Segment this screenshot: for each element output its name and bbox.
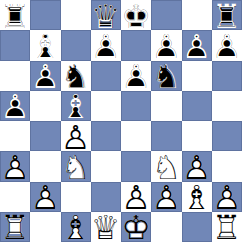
- square-b6[interactable]: ♟♙: [30, 61, 60, 91]
- chess-board: ♜♖♛♕♚♔♜♖♝♗♟♙♟♙♟♙♟♙♟♙♞♘♟♙♞♘♟♙♝♗♟♙♟♙♞♘♞♘♟♙…: [0, 0, 242, 242]
- square-e3[interactable]: [121, 151, 151, 181]
- piece-outline-glyph: ♖: [212, 1, 242, 31]
- square-h2[interactable]: ♟♙: [212, 182, 242, 212]
- piece-outline-glyph: ♔: [121, 213, 151, 242]
- square-c5[interactable]: ♝♗: [61, 91, 91, 121]
- piece-fill-glyph: ♝: [182, 183, 212, 213]
- piece-fill-glyph: ♟: [182, 31, 212, 61]
- piece-outline-glyph: ♗: [182, 183, 212, 213]
- square-f6[interactable]: ♞♘: [151, 61, 181, 91]
- square-b5[interactable]: [30, 91, 60, 121]
- piece-fill-glyph: ♟: [182, 152, 212, 182]
- piece-white-pawn[interactable]: ♟♙: [121, 182, 151, 212]
- piece-black-pawn[interactable]: ♟♙: [212, 30, 242, 60]
- square-g4[interactable]: [182, 121, 212, 151]
- piece-outline-glyph: ♗: [30, 31, 60, 61]
- piece-fill-glyph: ♜: [212, 213, 242, 242]
- piece-fill-glyph: ♟: [91, 31, 121, 61]
- square-b7[interactable]: ♝♗: [30, 30, 60, 60]
- square-d1[interactable]: ♛♕: [91, 212, 121, 242]
- piece-fill-glyph: ♝: [61, 92, 91, 122]
- piece-black-pawn[interactable]: ♟♙: [0, 91, 30, 121]
- square-g6[interactable]: [182, 61, 212, 91]
- square-h8[interactable]: ♜♖: [212, 0, 242, 30]
- square-g1[interactable]: [182, 212, 212, 242]
- piece-black-pawn[interactable]: ♟♙: [91, 30, 121, 60]
- square-c2[interactable]: [61, 182, 91, 212]
- piece-outline-glyph: ♘: [61, 152, 91, 182]
- piece-white-rook[interactable]: ♜♖: [0, 212, 30, 242]
- piece-black-pawn[interactable]: ♟♙: [121, 61, 151, 91]
- square-b3[interactable]: [30, 151, 60, 181]
- piece-white-pawn[interactable]: ♟♙: [0, 151, 30, 181]
- piece-fill-glyph: ♟: [30, 62, 60, 92]
- square-e6[interactable]: ♟♙: [121, 61, 151, 91]
- piece-black-queen[interactable]: ♛♕: [91, 0, 121, 30]
- piece-fill-glyph: ♛: [91, 213, 121, 242]
- square-b8[interactable]: [30, 0, 60, 30]
- piece-outline-glyph: ♖: [0, 213, 30, 242]
- piece-black-king[interactable]: ♚♔: [121, 0, 151, 30]
- square-a1[interactable]: ♜♖: [0, 212, 30, 242]
- piece-fill-glyph: ♟: [121, 183, 151, 213]
- piece-outline-glyph: ♔: [121, 1, 151, 31]
- piece-white-pawn[interactable]: ♟♙: [212, 182, 242, 212]
- square-e1[interactable]: ♚♔: [121, 212, 151, 242]
- square-a3[interactable]: ♟♙: [0, 151, 30, 181]
- piece-fill-glyph: ♟: [121, 62, 151, 92]
- piece-outline-glyph: ♙: [30, 62, 60, 92]
- square-f8[interactable]: [151, 0, 181, 30]
- piece-white-queen[interactable]: ♛♕: [91, 212, 121, 242]
- piece-white-bishop[interactable]: ♝♗: [61, 212, 91, 242]
- piece-fill-glyph: ♟: [0, 92, 30, 122]
- square-f5[interactable]: [151, 91, 181, 121]
- square-f3[interactable]: ♞♘: [151, 151, 181, 181]
- piece-fill-glyph: ♟: [151, 183, 181, 213]
- square-a5[interactable]: ♟♙: [0, 91, 30, 121]
- square-h3[interactable]: [212, 151, 242, 181]
- square-a7[interactable]: [0, 30, 30, 60]
- square-h7[interactable]: ♟♙: [212, 30, 242, 60]
- piece-fill-glyph: ♟: [212, 183, 242, 213]
- piece-outline-glyph: ♘: [151, 62, 181, 92]
- square-d6[interactable]: [91, 61, 121, 91]
- piece-fill-glyph: ♟: [0, 152, 30, 182]
- piece-white-pawn[interactable]: ♟♙: [61, 121, 91, 151]
- piece-outline-glyph: ♖: [212, 213, 242, 242]
- piece-outline-glyph: ♗: [61, 213, 91, 242]
- square-c6[interactable]: ♞♘: [61, 61, 91, 91]
- square-g8[interactable]: [182, 0, 212, 30]
- square-a4[interactable]: [0, 121, 30, 151]
- square-e4[interactable]: [121, 121, 151, 151]
- square-d7[interactable]: ♟♙: [91, 30, 121, 60]
- square-h6[interactable]: [212, 61, 242, 91]
- square-a8[interactable]: ♜♖: [0, 0, 30, 30]
- square-c4[interactable]: ♟♙: [61, 121, 91, 151]
- square-d3[interactable]: [91, 151, 121, 181]
- square-d4[interactable]: [91, 121, 121, 151]
- square-d8[interactable]: ♛♕: [91, 0, 121, 30]
- square-e8[interactable]: ♚♔: [121, 0, 151, 30]
- piece-white-bishop[interactable]: ♝♗: [182, 182, 212, 212]
- square-b1[interactable]: [30, 212, 60, 242]
- piece-outline-glyph: ♙: [151, 183, 181, 213]
- square-h5[interactable]: [212, 91, 242, 121]
- piece-fill-glyph: ♜: [212, 1, 242, 31]
- piece-outline-glyph: ♙: [212, 183, 242, 213]
- piece-fill-glyph: ♜: [0, 1, 30, 31]
- piece-fill-glyph: ♛: [91, 1, 121, 31]
- square-h1[interactable]: ♜♖: [212, 212, 242, 242]
- square-e2[interactable]: ♟♙: [121, 182, 151, 212]
- piece-fill-glyph: ♜: [0, 213, 30, 242]
- square-a6[interactable]: [0, 61, 30, 91]
- piece-outline-glyph: ♙: [182, 152, 212, 182]
- square-f1[interactable]: [151, 212, 181, 242]
- piece-black-bishop[interactable]: ♝♗: [30, 30, 60, 60]
- piece-fill-glyph: ♞: [61, 152, 91, 182]
- piece-fill-glyph: ♞: [151, 152, 181, 182]
- piece-outline-glyph: ♖: [0, 1, 30, 31]
- square-g7[interactable]: ♟♙: [182, 30, 212, 60]
- square-c8[interactable]: [61, 0, 91, 30]
- square-a2[interactable]: [0, 182, 30, 212]
- square-e5[interactable]: [121, 91, 151, 121]
- square-f7[interactable]: ♟♙: [151, 30, 181, 60]
- square-g2[interactable]: ♝♗: [182, 182, 212, 212]
- square-h4[interactable]: [212, 121, 242, 151]
- piece-fill-glyph: ♟: [30, 183, 60, 213]
- square-c1[interactable]: ♝♗: [61, 212, 91, 242]
- square-b2[interactable]: ♟♙: [30, 182, 60, 212]
- piece-outline-glyph: ♙: [121, 62, 151, 92]
- piece-black-pawn[interactable]: ♟♙: [182, 30, 212, 60]
- piece-outline-glyph: ♘: [151, 152, 181, 182]
- square-d5[interactable]: [91, 91, 121, 121]
- piece-black-bishop[interactable]: ♝♗: [61, 91, 91, 121]
- piece-fill-glyph: ♟: [212, 31, 242, 61]
- piece-outline-glyph: ♙: [182, 31, 212, 61]
- piece-white-pawn[interactable]: ♟♙: [182, 151, 212, 181]
- piece-outline-glyph: ♙: [0, 152, 30, 182]
- square-g5[interactable]: [182, 91, 212, 121]
- piece-outline-glyph: ♙: [151, 31, 181, 61]
- square-g3[interactable]: ♟♙: [182, 151, 212, 181]
- piece-outline-glyph: ♙: [61, 122, 91, 152]
- piece-white-knight[interactable]: ♞♘: [61, 151, 91, 181]
- square-e7[interactable]: [121, 30, 151, 60]
- square-f4[interactable]: [151, 121, 181, 151]
- piece-outline-glyph: ♙: [30, 183, 60, 213]
- piece-white-knight[interactable]: ♞♘: [151, 151, 181, 181]
- piece-outline-glyph: ♙: [212, 31, 242, 61]
- square-d2[interactable]: [91, 182, 121, 212]
- square-c3[interactable]: ♞♘: [61, 151, 91, 181]
- piece-fill-glyph: ♝: [61, 213, 91, 242]
- piece-outline-glyph: ♗: [61, 92, 91, 122]
- piece-black-pawn[interactable]: ♟♙: [30, 61, 60, 91]
- piece-outline-glyph: ♕: [91, 1, 121, 31]
- piece-outline-glyph: ♙: [121, 183, 151, 213]
- piece-black-rook[interactable]: ♜♖: [0, 0, 30, 30]
- piece-fill-glyph: ♟: [151, 31, 181, 61]
- piece-outline-glyph: ♕: [91, 213, 121, 242]
- square-b4[interactable]: [30, 121, 60, 151]
- piece-white-king[interactable]: ♚♔: [121, 212, 151, 242]
- piece-outline-glyph: ♙: [91, 31, 121, 61]
- piece-white-pawn[interactable]: ♟♙: [30, 182, 60, 212]
- piece-fill-glyph: ♟: [61, 122, 91, 152]
- piece-white-rook[interactable]: ♜♖: [212, 212, 242, 242]
- square-f2[interactable]: ♟♙: [151, 182, 181, 212]
- piece-black-knight[interactable]: ♞♘: [151, 61, 181, 91]
- piece-fill-glyph: ♝: [30, 31, 60, 61]
- piece-fill-glyph: ♞: [61, 62, 91, 92]
- square-c7[interactable]: [61, 30, 91, 60]
- piece-fill-glyph: ♚: [121, 213, 151, 242]
- piece-fill-glyph: ♞: [151, 62, 181, 92]
- piece-black-knight[interactable]: ♞♘: [61, 61, 91, 91]
- piece-outline-glyph: ♙: [0, 92, 30, 122]
- piece-fill-glyph: ♚: [121, 1, 151, 31]
- piece-black-pawn[interactable]: ♟♙: [151, 30, 181, 60]
- piece-black-rook[interactable]: ♜♖: [212, 0, 242, 30]
- piece-outline-glyph: ♘: [61, 62, 91, 92]
- piece-white-pawn[interactable]: ♟♙: [151, 182, 181, 212]
